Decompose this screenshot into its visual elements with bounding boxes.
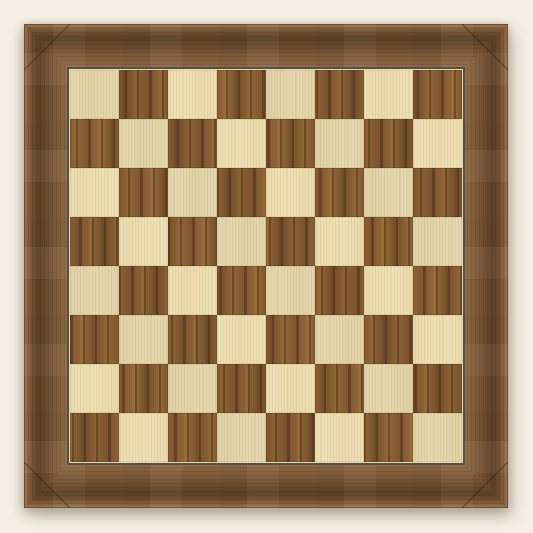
chess-board [24,24,508,508]
board-square[interactable] [315,266,364,315]
board-square[interactable] [119,168,168,217]
board-inner-border [67,67,465,465]
board-square[interactable] [119,413,168,462]
board-square[interactable] [217,364,266,413]
board-square[interactable] [217,413,266,462]
board-square[interactable] [364,315,413,364]
board-square[interactable] [168,364,217,413]
board-square[interactable] [364,217,413,266]
board-square[interactable] [315,119,364,168]
board-square[interactable] [168,70,217,119]
board-square[interactable] [413,413,462,462]
board-square[interactable] [168,217,217,266]
board-square[interactable] [119,119,168,168]
board-square[interactable] [168,315,217,364]
playing-area [70,70,462,462]
board-square[interactable] [70,266,119,315]
board-square[interactable] [168,119,217,168]
board-square[interactable] [315,217,364,266]
board-square[interactable] [364,119,413,168]
board-square[interactable] [119,217,168,266]
board-square[interactable] [168,413,217,462]
board-square[interactable] [364,364,413,413]
board-square[interactable] [413,315,462,364]
board-square[interactable] [70,70,119,119]
board-square[interactable] [70,119,119,168]
board-square[interactable] [119,266,168,315]
board-square[interactable] [168,168,217,217]
board-square[interactable] [413,266,462,315]
board-square[interactable] [70,315,119,364]
board-square[interactable] [217,70,266,119]
board-square[interactable] [70,217,119,266]
board-square[interactable] [119,315,168,364]
board-square[interactable] [266,315,315,364]
board-square[interactable] [413,217,462,266]
board-square[interactable] [413,70,462,119]
board-frame-right [462,24,508,508]
board-square[interactable] [266,217,315,266]
board-square[interactable] [413,119,462,168]
board-square[interactable] [413,168,462,217]
board-square[interactable] [364,70,413,119]
board-square[interactable] [119,70,168,119]
board-square[interactable] [266,266,315,315]
board-square[interactable] [70,364,119,413]
board-inner-fillet [69,69,463,463]
board-square[interactable] [413,364,462,413]
board-square[interactable] [315,413,364,462]
board-square[interactable] [315,70,364,119]
board-square[interactable] [70,168,119,217]
board-square[interactable] [119,364,168,413]
board-frame-top [24,24,508,70]
board-square[interactable] [217,168,266,217]
board-square[interactable] [217,217,266,266]
board-square[interactable] [364,168,413,217]
board-square[interactable] [70,413,119,462]
board-square[interactable] [217,266,266,315]
board-square[interactable] [315,364,364,413]
board-square[interactable] [364,266,413,315]
board-frame-bottom [24,462,508,508]
board-square[interactable] [266,70,315,119]
board-square[interactable] [266,413,315,462]
board-square[interactable] [266,168,315,217]
photo-background [0,0,533,533]
board-square[interactable] [364,413,413,462]
board-frame-left [24,24,70,508]
board-square[interactable] [217,315,266,364]
board-square[interactable] [217,119,266,168]
board-square[interactable] [266,119,315,168]
board-square[interactable] [315,315,364,364]
board-square[interactable] [168,266,217,315]
board-square[interactable] [266,364,315,413]
board-square[interactable] [315,168,364,217]
